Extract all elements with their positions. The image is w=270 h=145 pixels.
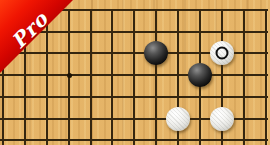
go-app-screen: Pro [0, 0, 270, 145]
grid-line-vertical [46, 9, 48, 145]
black-stone [144, 41, 168, 65]
white-stone [166, 107, 190, 131]
last-move-circle-marker [216, 47, 229, 60]
grid-line-vertical [155, 9, 157, 145]
grid-line-vertical [133, 9, 135, 145]
grid-line-vertical [111, 9, 113, 145]
white-stone [210, 107, 234, 131]
black-stone [188, 63, 212, 87]
grid-line-vertical [90, 9, 92, 145]
star-point [67, 73, 72, 78]
white-stone [210, 41, 234, 65]
grid-line-vertical [243, 9, 245, 145]
grid-line-vertical [265, 9, 267, 145]
